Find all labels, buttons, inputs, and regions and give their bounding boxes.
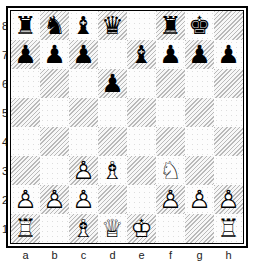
square-c5[interactable]	[69, 98, 98, 127]
square-e3[interactable]	[127, 156, 156, 185]
square-f2[interactable]: ♟♙	[156, 185, 185, 214]
square-b4[interactable]	[40, 127, 69, 156]
square-h7[interactable]: ♟	[214, 40, 243, 69]
black-pawn[interactable]: ♟	[11, 40, 40, 69]
square-d7[interactable]	[98, 40, 127, 69]
square-d8[interactable]: ♛	[98, 11, 127, 40]
square-g4[interactable]	[185, 127, 214, 156]
square-e1[interactable]: ♚♔	[127, 214, 156, 243]
white-pawn[interactable]: ♟♙	[40, 185, 69, 214]
square-a2[interactable]: ♟♙	[11, 185, 40, 214]
square-f5[interactable]	[156, 98, 185, 127]
square-a5[interactable]	[11, 98, 40, 127]
square-h8[interactable]	[214, 11, 243, 40]
white-pawn[interactable]: ♟♙	[214, 185, 243, 214]
square-c3[interactable]: ♟♙	[69, 156, 98, 185]
white-knight[interactable]: ♞♘	[156, 156, 185, 185]
square-d2[interactable]	[98, 185, 127, 214]
file-label-a: a	[11, 249, 40, 263]
square-a7[interactable]: ♟	[11, 40, 40, 69]
square-d4[interactable]	[98, 127, 127, 156]
square-h2[interactable]: ♟♙	[214, 185, 243, 214]
black-rook[interactable]: ♜	[156, 11, 185, 40]
board-inner-border: ♜♞♝♛♜♚♟♟♟♝♟♟♟♟♟♙♝♗♞♘♟♙♟♙♟♙♟♙♟♙♟♙♜♖♝♗♛♕♚♔…	[10, 10, 244, 244]
black-pawn[interactable]: ♟	[40, 40, 69, 69]
square-f7[interactable]: ♟	[156, 40, 185, 69]
white-king[interactable]: ♚♔	[127, 214, 156, 243]
square-c6[interactable]	[69, 69, 98, 98]
white-bishop[interactable]: ♝♗	[69, 214, 98, 243]
square-c1[interactable]: ♝♗	[69, 214, 98, 243]
square-b1[interactable]	[40, 214, 69, 243]
file-label-g: g	[185, 249, 214, 263]
white-pawn[interactable]: ♟♙	[11, 185, 40, 214]
black-queen[interactable]: ♛	[98, 11, 127, 40]
file-labels: a b c d e f g h	[11, 249, 243, 263]
square-c7[interactable]: ♟	[69, 40, 98, 69]
black-bishop[interactable]: ♝	[69, 11, 98, 40]
white-bishop[interactable]: ♝♗	[98, 156, 127, 185]
chess-diagram: 8 7 6 5 4 3 2 1 ♜♞♝♛♜♚♟♟♟♝♟♟♟♟♟♙♝♗♞♘♟♙♟♙…	[0, 0, 261, 266]
square-d1[interactable]: ♛♕	[98, 214, 127, 243]
square-g3[interactable]	[185, 156, 214, 185]
square-a4[interactable]	[11, 127, 40, 156]
square-f1[interactable]	[156, 214, 185, 243]
square-g5[interactable]	[185, 98, 214, 127]
square-f8[interactable]: ♜	[156, 11, 185, 40]
square-f4[interactable]	[156, 127, 185, 156]
square-e4[interactable]	[127, 127, 156, 156]
file-label-h: h	[214, 249, 243, 263]
black-pawn[interactable]: ♟	[185, 40, 214, 69]
square-c4[interactable]	[69, 127, 98, 156]
square-b3[interactable]	[40, 156, 69, 185]
square-b8[interactable]: ♞	[40, 11, 69, 40]
file-label-c: c	[69, 249, 98, 263]
black-pawn[interactable]: ♟	[98, 69, 127, 98]
black-bishop[interactable]: ♝	[127, 40, 156, 69]
white-pawn[interactable]: ♟♙	[156, 185, 185, 214]
square-a6[interactable]	[11, 69, 40, 98]
square-a1[interactable]: ♜♖	[11, 214, 40, 243]
square-b6[interactable]	[40, 69, 69, 98]
white-pawn[interactable]: ♟♙	[69, 185, 98, 214]
board-grid: ♜♞♝♛♜♚♟♟♟♝♟♟♟♟♟♙♝♗♞♘♟♙♟♙♟♙♟♙♟♙♟♙♜♖♝♗♛♕♚♔…	[11, 11, 243, 243]
file-label-b: b	[40, 249, 69, 263]
white-pawn[interactable]: ♟♙	[69, 156, 98, 185]
square-a3[interactable]	[11, 156, 40, 185]
white-queen[interactable]: ♛♕	[98, 214, 127, 243]
square-e7[interactable]: ♝	[127, 40, 156, 69]
square-d6[interactable]: ♟	[98, 69, 127, 98]
square-f6[interactable]	[156, 69, 185, 98]
square-g8[interactable]: ♚	[185, 11, 214, 40]
square-g2[interactable]: ♟♙	[185, 185, 214, 214]
square-f3[interactable]: ♞♘	[156, 156, 185, 185]
white-pawn[interactable]: ♟♙	[185, 185, 214, 214]
square-e2[interactable]	[127, 185, 156, 214]
square-g7[interactable]: ♟	[185, 40, 214, 69]
black-pawn[interactable]: ♟	[69, 40, 98, 69]
white-rook[interactable]: ♜♖	[11, 214, 40, 243]
square-h4[interactable]	[214, 127, 243, 156]
square-d3[interactable]: ♝♗	[98, 156, 127, 185]
square-g6[interactable]	[185, 69, 214, 98]
file-label-f: f	[156, 249, 185, 263]
square-e8[interactable]	[127, 11, 156, 40]
board-frame: ♜♞♝♛♜♚♟♟♟♝♟♟♟♟♟♙♝♗♞♘♟♙♟♙♟♙♟♙♟♙♟♙♜♖♝♗♛♕♚♔…	[6, 6, 248, 248]
black-pawn[interactable]: ♟	[156, 40, 185, 69]
black-knight[interactable]: ♞	[40, 11, 69, 40]
square-b7[interactable]: ♟	[40, 40, 69, 69]
square-e6[interactable]	[127, 69, 156, 98]
square-a8[interactable]: ♜	[11, 11, 40, 40]
square-g1[interactable]	[185, 214, 214, 243]
square-h1[interactable]: ♜♖	[214, 214, 243, 243]
file-label-d: d	[98, 249, 127, 263]
square-c2[interactable]: ♟♙	[69, 185, 98, 214]
square-h6[interactable]	[214, 69, 243, 98]
black-king[interactable]: ♚	[185, 11, 214, 40]
square-b5[interactable]	[40, 98, 69, 127]
square-b2[interactable]: ♟♙	[40, 185, 69, 214]
black-pawn[interactable]: ♟	[214, 40, 243, 69]
white-rook[interactable]: ♜♖	[214, 214, 243, 243]
square-h3[interactable]	[214, 156, 243, 185]
file-label-e: e	[127, 249, 156, 263]
square-e5[interactable]	[127, 98, 156, 127]
square-c8[interactable]: ♝	[69, 11, 98, 40]
square-d5[interactable]	[98, 98, 127, 127]
square-h5[interactable]	[214, 98, 243, 127]
black-rook[interactable]: ♜	[11, 11, 40, 40]
